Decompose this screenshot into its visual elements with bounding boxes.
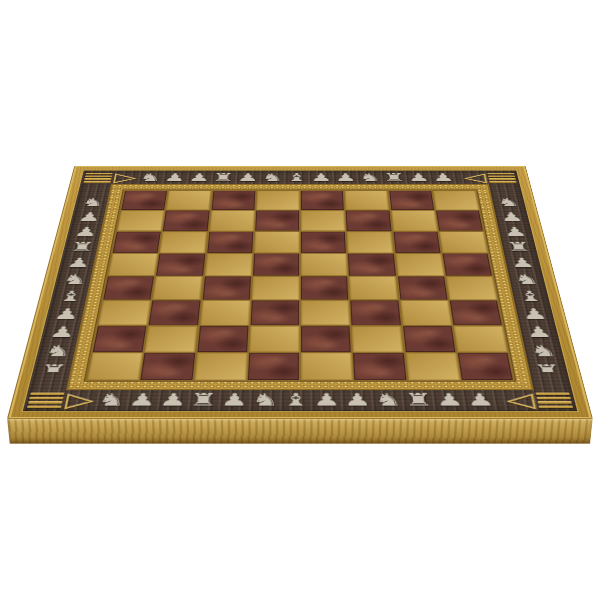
square-a4[interactable] <box>103 276 154 299</box>
square-f5[interactable] <box>348 253 395 275</box>
square-c1[interactable] <box>194 353 247 380</box>
square-b5[interactable] <box>156 253 204 275</box>
triangle-icon: ◁ <box>504 389 536 410</box>
corner-ornament-top-right: ◁ <box>462 171 517 184</box>
frieze-left-strip: ♞♟♟♜♟♞♝♟♟♞♜♟♟♝♞♟♟♜♟♞ <box>33 196 111 372</box>
triangle-icon: ◁ <box>462 171 487 184</box>
square-h2[interactable] <box>453 326 507 352</box>
square-d8[interactable] <box>256 191 299 210</box>
square-d5[interactable] <box>253 253 299 275</box>
ornament-bars <box>535 392 573 408</box>
square-f4[interactable] <box>349 276 398 299</box>
square-f6[interactable] <box>347 232 393 253</box>
square-b7[interactable] <box>163 211 209 231</box>
square-d7[interactable] <box>255 211 299 231</box>
square-e7[interactable] <box>301 211 345 231</box>
square-c8[interactable] <box>211 191 255 210</box>
square-b4[interactable] <box>153 276 203 299</box>
ornament-bars <box>27 392 65 408</box>
square-e3[interactable] <box>301 301 350 325</box>
square-c6[interactable] <box>207 232 253 253</box>
square-h5[interactable] <box>442 253 492 275</box>
square-f1[interactable] <box>353 353 406 380</box>
board-top-face: ♞♟♟♜♟♞♝♟♟♞♜♟♟♝♞♟♟♜♟♞♝♟♟♞♜♟ ♞♟♟♜♟♞♝♟♟♞♜♟♟… <box>8 166 592 418</box>
square-h8[interactable] <box>433 191 479 210</box>
square-d3[interactable] <box>250 301 299 325</box>
square-g1[interactable] <box>405 353 459 380</box>
ornament-bars <box>487 173 516 183</box>
ornament-bars <box>83 173 112 183</box>
chess-board: ♞♟♟♜♟♞♝♟♟♞♜♟♟♝♞♟♟♜♟♞♝♟♟♞♜♟ ♞♟♟♜♟♞♝♟♟♞♜♟♟… <box>8 166 592 418</box>
frieze-bottom-strip: ♞♟♟♜♟♞♝♟♟♞♜♟♟♝♞♟♟♜♟♞♝♟♟♞♜♟ <box>96 389 505 411</box>
square-h3[interactable] <box>450 301 502 325</box>
square-a8[interactable] <box>121 191 167 210</box>
square-a5[interactable] <box>108 253 158 275</box>
square-d6[interactable] <box>254 232 299 253</box>
square-h1[interactable] <box>457 353 512 380</box>
board-front-edge <box>7 418 593 444</box>
corner-ornament-bottom-left: ▷ <box>26 389 96 410</box>
square-g8[interactable] <box>389 191 434 210</box>
square-c7[interactable] <box>209 211 254 231</box>
square-h6[interactable] <box>439 232 487 253</box>
square-g5[interactable] <box>395 253 443 275</box>
square-d1[interactable] <box>248 353 299 380</box>
square-a1[interactable] <box>87 353 142 380</box>
square-e1[interactable] <box>301 353 352 380</box>
square-f7[interactable] <box>346 211 391 231</box>
square-c4[interactable] <box>202 276 251 299</box>
square-g4[interactable] <box>398 276 448 299</box>
square-e4[interactable] <box>301 276 348 299</box>
square-b2[interactable] <box>145 326 198 352</box>
board-photo-scene: ♞♟♟♜♟♞♝♟♟♞♜♟♟♝♞♟♟♜♟♞♝♟♟♞♜♟ ♞♟♟♜♟♞♝♟♟♞♜♟♟… <box>0 0 600 600</box>
square-c3[interactable] <box>200 301 250 325</box>
square-g2[interactable] <box>403 326 456 352</box>
square-a2[interactable] <box>93 326 147 352</box>
square-e5[interactable] <box>301 253 347 275</box>
square-a6[interactable] <box>113 232 161 253</box>
square-b6[interactable] <box>160 232 207 253</box>
square-b8[interactable] <box>166 191 211 210</box>
square-f2[interactable] <box>352 326 403 352</box>
corner-ornament-top-left: ▷ <box>83 171 138 184</box>
square-f3[interactable] <box>351 301 401 325</box>
square-c5[interactable] <box>205 253 252 275</box>
square-d4[interactable] <box>252 276 299 299</box>
square-a7[interactable] <box>117 211 164 231</box>
square-e8[interactable] <box>301 191 344 210</box>
square-b1[interactable] <box>141 353 195 380</box>
square-e2[interactable] <box>301 326 351 352</box>
square-g7[interactable] <box>391 211 437 231</box>
square-c2[interactable] <box>197 326 248 352</box>
square-a3[interactable] <box>98 301 150 325</box>
frieze-right-strip: ♞♟♟♜♟♞♝♟♟♞♜♟♟♝♞♟♟♜♟♞ <box>490 196 568 372</box>
square-f8[interactable] <box>345 191 389 210</box>
corner-ornament-bottom-right: ◁ <box>504 389 574 410</box>
square-h4[interactable] <box>446 276 497 299</box>
square-b3[interactable] <box>149 301 200 325</box>
frieze-top-strip: ♞♟♟♜♟♞♝♟♟♞♜♟♟♝♞♟♟♜♟♞♝♟♟♞♜♟ <box>138 171 462 185</box>
square-h7[interactable] <box>436 211 483 231</box>
squares-grid <box>85 190 516 381</box>
square-e6[interactable] <box>301 232 346 253</box>
triangle-icon: ▷ <box>113 171 138 184</box>
square-g6[interactable] <box>393 232 440 253</box>
square-g3[interactable] <box>400 301 451 325</box>
square-d2[interactable] <box>249 326 299 352</box>
triangle-icon: ▷ <box>64 389 96 410</box>
